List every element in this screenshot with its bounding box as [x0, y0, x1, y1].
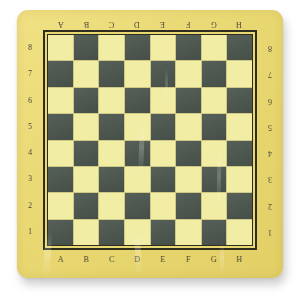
square-f4[interactable] [176, 141, 201, 166]
file-label-top-h: H [227, 10, 253, 30]
square-a6[interactable] [48, 88, 73, 113]
square-f6[interactable] [176, 88, 201, 113]
rank-label-right-4: 4 [257, 140, 283, 166]
square-c8[interactable] [99, 35, 124, 60]
square-g5[interactable] [202, 114, 227, 139]
squares-grid [48, 35, 252, 245]
file-label-bottom-h: H [227, 250, 253, 278]
file-label-top-c: C [99, 10, 125, 30]
rank-labels-right: 87654321 [257, 30, 283, 250]
square-f1[interactable] [176, 220, 201, 245]
square-b5[interactable] [74, 114, 99, 139]
file-label-bottom-a: A [48, 250, 74, 278]
square-h7[interactable] [227, 61, 252, 86]
square-e1[interactable] [151, 220, 176, 245]
square-d6[interactable] [125, 88, 150, 113]
file-label-bottom-g: G [201, 250, 227, 278]
rank-labels-left: 87654321 [17, 30, 43, 250]
square-a7[interactable] [48, 61, 73, 86]
chess-board: ABCDEFGH 87654321 87654321 ABCDEFGH [17, 10, 283, 278]
square-e2[interactable] [151, 193, 176, 218]
file-label-top-f: F [176, 10, 202, 30]
square-f5[interactable] [176, 114, 201, 139]
square-e3[interactable] [151, 167, 176, 192]
file-labels-top: ABCDEFGH [43, 10, 257, 30]
square-g3[interactable] [202, 167, 227, 192]
square-h4[interactable] [227, 141, 252, 166]
rank-label-right-6: 6 [257, 88, 283, 114]
square-a1[interactable] [48, 220, 73, 245]
square-g7[interactable] [202, 61, 227, 86]
rank-label-left-6: 6 [17, 88, 43, 114]
square-b4[interactable] [74, 141, 99, 166]
square-h1[interactable] [227, 220, 252, 245]
rank-label-left-4: 4 [17, 140, 43, 166]
square-h3[interactable] [227, 167, 252, 192]
square-a2[interactable] [48, 193, 73, 218]
rank-label-right-8: 8 [257, 35, 283, 61]
rank-label-left-5: 5 [17, 114, 43, 140]
square-e7[interactable] [151, 61, 176, 86]
square-f2[interactable] [176, 193, 201, 218]
square-a4[interactable] [48, 141, 73, 166]
square-f8[interactable] [176, 35, 201, 60]
file-label-top-d: D [125, 10, 151, 30]
square-h6[interactable] [227, 88, 252, 113]
square-c1[interactable] [99, 220, 124, 245]
rank-label-left-1: 1 [17, 219, 43, 245]
square-d2[interactable] [125, 193, 150, 218]
file-label-bottom-e: E [150, 250, 176, 278]
file-label-bottom-c: C [99, 250, 125, 278]
square-c6[interactable] [99, 88, 124, 113]
square-a3[interactable] [48, 167, 73, 192]
square-a5[interactable] [48, 114, 73, 139]
file-label-top-e: E [150, 10, 176, 30]
square-c3[interactable] [99, 167, 124, 192]
square-b3[interactable] [74, 167, 99, 192]
square-g8[interactable] [202, 35, 227, 60]
rank-label-right-2: 2 [257, 193, 283, 219]
file-label-bottom-b: B [74, 250, 100, 278]
square-b1[interactable] [74, 220, 99, 245]
square-b7[interactable] [74, 61, 99, 86]
square-g4[interactable] [202, 141, 227, 166]
square-h5[interactable] [227, 114, 252, 139]
square-e8[interactable] [151, 35, 176, 60]
rank-label-left-7: 7 [17, 61, 43, 87]
rank-label-left-2: 2 [17, 193, 43, 219]
rank-label-right-3: 3 [257, 166, 283, 192]
square-f3[interactable] [176, 167, 201, 192]
photo-background: ABCDEFGH 87654321 87654321 ABCDEFGH [0, 0, 300, 300]
file-label-bottom-d: D [125, 250, 151, 278]
rank-label-left-3: 3 [17, 166, 43, 192]
square-d3[interactable] [125, 167, 150, 192]
square-c4[interactable] [99, 141, 124, 166]
square-g1[interactable] [202, 220, 227, 245]
file-label-top-a: A [48, 10, 74, 30]
square-g2[interactable] [202, 193, 227, 218]
square-c2[interactable] [99, 193, 124, 218]
playing-field-inner-border [47, 34, 253, 246]
square-a8[interactable] [48, 35, 73, 60]
file-label-top-b: B [74, 10, 100, 30]
rank-label-right-5: 5 [257, 114, 283, 140]
square-b2[interactable] [74, 193, 99, 218]
file-label-top-g: G [201, 10, 227, 30]
square-c7[interactable] [99, 61, 124, 86]
file-labels-bottom: ABCDEFGH [43, 250, 257, 278]
rank-label-right-7: 7 [257, 61, 283, 87]
square-h8[interactable] [227, 35, 252, 60]
square-f7[interactable] [176, 61, 201, 86]
rank-label-right-1: 1 [257, 219, 283, 245]
file-label-bottom-f: F [176, 250, 202, 278]
rank-label-left-8: 8 [17, 35, 43, 61]
square-d1[interactable] [125, 220, 150, 245]
square-d7[interactable] [125, 61, 150, 86]
square-d4[interactable] [125, 141, 150, 166]
square-c5[interactable] [99, 114, 124, 139]
playing-field-border [43, 30, 257, 250]
square-e6[interactable] [151, 88, 176, 113]
square-e5[interactable] [151, 114, 176, 139]
square-b6[interactable] [74, 88, 99, 113]
square-g6[interactable] [202, 88, 227, 113]
square-e4[interactable] [151, 141, 176, 166]
square-d5[interactable] [125, 114, 150, 139]
square-d8[interactable] [125, 35, 150, 60]
square-h2[interactable] [227, 193, 252, 218]
square-b8[interactable] [74, 35, 99, 60]
